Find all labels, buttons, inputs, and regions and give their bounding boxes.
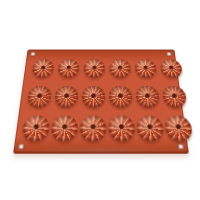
mold-cavity xyxy=(162,86,188,108)
product-photo xyxy=(13,50,189,154)
mold-cavity xyxy=(31,59,54,78)
baking-mold xyxy=(13,50,189,154)
mold-cavity xyxy=(57,59,79,78)
mold-cavity xyxy=(82,86,105,108)
cavity-grid xyxy=(21,57,181,143)
mold-cavity xyxy=(54,86,78,108)
corner-hole-top-left xyxy=(30,52,35,56)
mold-cavity xyxy=(159,59,182,78)
mold-cavity xyxy=(134,59,156,78)
mold-cavity xyxy=(21,115,50,141)
mold-cavity xyxy=(135,86,160,108)
contact-shadow xyxy=(18,146,186,154)
mold-cavity xyxy=(136,115,164,141)
mold-cavity xyxy=(50,115,78,141)
mold-cavity xyxy=(27,86,52,108)
mold-cavity xyxy=(164,115,194,141)
corner-hole-top-right xyxy=(166,52,171,56)
mold-cavity xyxy=(109,86,133,108)
mold-cavity xyxy=(109,59,131,78)
mold-cavity xyxy=(83,59,104,78)
mold-cavity xyxy=(79,115,106,141)
mold-cavity xyxy=(108,115,135,141)
